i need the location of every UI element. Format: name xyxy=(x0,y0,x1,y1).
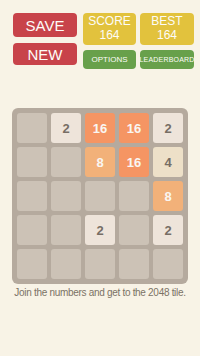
empty-cell xyxy=(119,181,149,211)
leaderboard-button[interactable]: LEADERBOARD xyxy=(140,50,194,69)
empty-cell xyxy=(153,249,183,279)
empty-cell xyxy=(51,147,81,177)
empty-cell xyxy=(51,181,81,211)
tile-4: 4 xyxy=(153,147,183,177)
score-label: SCORE xyxy=(88,15,131,29)
empty-cell xyxy=(51,249,81,279)
empty-cell xyxy=(85,181,115,211)
score-value: 164 xyxy=(99,29,119,43)
score-box: SCORE 164 xyxy=(83,13,136,45)
tagline-text: Join the numbers and get to the 2048 til… xyxy=(0,287,200,298)
tile-16: 16 xyxy=(119,147,149,177)
tile-2: 2 xyxy=(153,113,183,143)
empty-cell xyxy=(17,249,47,279)
options-button[interactable]: OPTIONS xyxy=(83,50,136,69)
tile-2: 2 xyxy=(85,215,115,245)
tile-8: 8 xyxy=(153,181,183,211)
empty-cell xyxy=(51,215,81,245)
empty-cell xyxy=(17,181,47,211)
best-label: BEST xyxy=(151,15,182,29)
empty-cell xyxy=(85,249,115,279)
best-box: BEST 164 xyxy=(140,13,194,45)
tile-8: 8 xyxy=(85,147,115,177)
empty-cell xyxy=(119,215,149,245)
empty-cell xyxy=(119,249,149,279)
empty-cell xyxy=(17,147,47,177)
save-button[interactable]: SAVE xyxy=(13,13,77,37)
tile-16: 16 xyxy=(119,113,149,143)
empty-cell xyxy=(17,113,47,143)
tile-16: 16 xyxy=(85,113,115,143)
new-game-button[interactable]: NEW xyxy=(13,43,77,65)
tile-2: 2 xyxy=(153,215,183,245)
game-board[interactable]: 2161628164822 xyxy=(12,108,188,284)
tile-2: 2 xyxy=(51,113,81,143)
best-value: 164 xyxy=(157,29,177,43)
empty-cell xyxy=(17,215,47,245)
